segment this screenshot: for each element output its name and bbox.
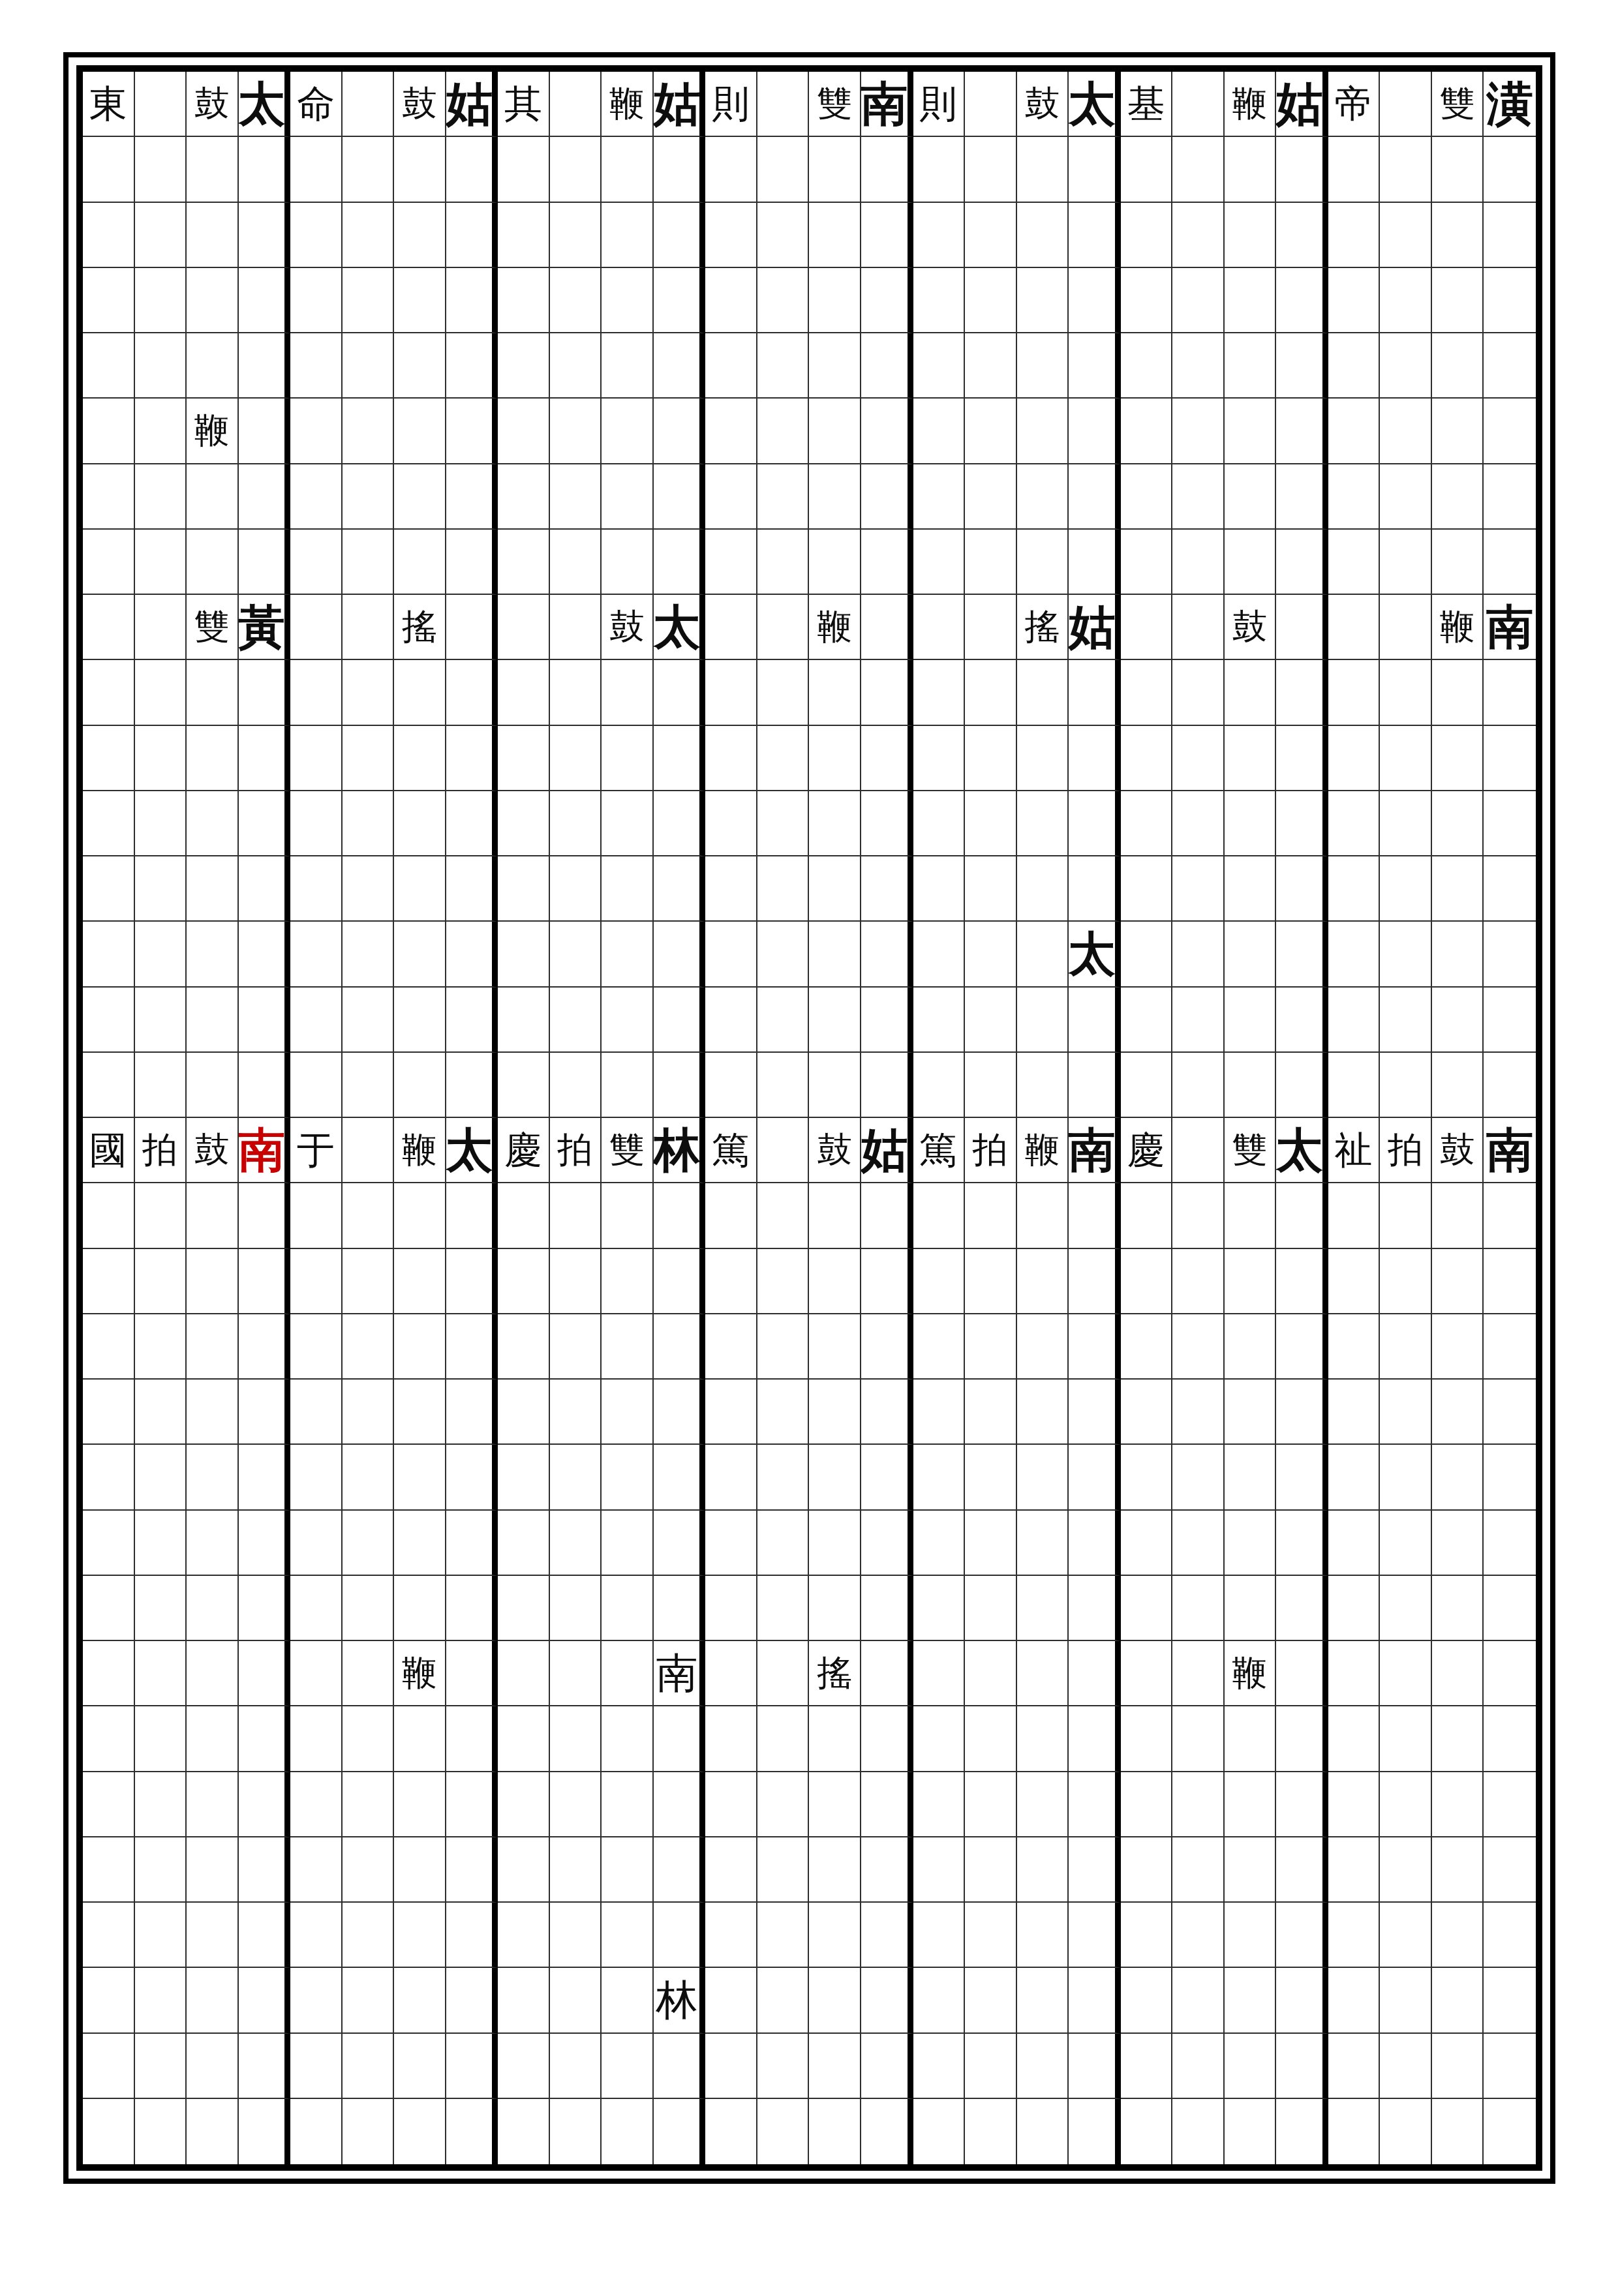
jeonggan-cell	[965, 1380, 1017, 1445]
jeonggan-cell	[757, 988, 810, 1053]
jeonggan-cell	[446, 1837, 498, 1903]
jeonggan-cell	[1017, 333, 1069, 399]
jeonggan-cell	[135, 399, 187, 464]
jeonggan-cell	[965, 137, 1017, 202]
jeonggan-cell	[343, 1053, 395, 1118]
jeonggan-cell	[913, 203, 966, 268]
jeonggan-cell	[1069, 726, 1121, 791]
jeonggan-cell: 林	[654, 1968, 706, 2033]
jeonggan-cell	[809, 399, 861, 464]
jeonggan-cell	[1484, 988, 1536, 1053]
jeonggan-cell	[83, 1772, 135, 1837]
jeonggan-cell	[809, 1968, 861, 2033]
jeonggan-cell	[705, 2099, 757, 2164]
jeonggan-cell	[446, 1641, 498, 1706]
jeonggan-cell	[1225, 1314, 1277, 1380]
score-page: { "game": "jeongganbo (Korean court-musi…	[0, 0, 1618, 2296]
pitch-glyph: 南	[656, 1652, 697, 1694]
jeonggan-cell	[1328, 1641, 1381, 1706]
jeonggan-cell	[187, 1576, 239, 1641]
pitch-glyph: 南	[1486, 1126, 1533, 1173]
jeonggan-cell	[602, 2099, 654, 2164]
jeonggan-cell	[290, 1641, 343, 1706]
jeonggan-cell	[135, 268, 187, 333]
jeonggan-cell	[1380, 1445, 1432, 1510]
jeonggan-cell	[1432, 2034, 1484, 2099]
jeonggan-cell	[1121, 333, 1173, 399]
jeonggan-cell	[1276, 2099, 1328, 2164]
jeonggan-cell	[1017, 2099, 1069, 2164]
jeonggan-cell	[913, 922, 966, 987]
jeonggan-cell: 搖	[1017, 595, 1069, 660]
jeonggan-cell	[446, 726, 498, 791]
janggu-glyph: 鞭	[1440, 609, 1475, 644]
jeonggan-cell	[965, 2099, 1017, 2164]
jeonggan-cell	[187, 1380, 239, 1445]
jeonggan-cell	[239, 660, 291, 725]
jeonggan-cell	[290, 1968, 343, 2033]
jeonggan-cell	[1017, 1053, 1069, 1118]
jeonggan-cell	[913, 1314, 966, 1380]
jeonggan-cell	[135, 595, 187, 660]
jeonggan-cell	[1069, 2034, 1121, 2099]
jeonggan-cell: 潢	[1484, 72, 1536, 137]
jeonggan-cell	[809, 2099, 861, 2164]
jeonggan-cell: 雙	[187, 595, 239, 660]
jeonggan-cell	[654, 856, 706, 922]
jeonggan-cell	[1484, 1903, 1536, 1968]
jeonggan-cell	[602, 464, 654, 530]
jeonggan-cell	[705, 856, 757, 922]
jeonggan-cell	[290, 1445, 343, 1510]
jeonggan-cell: 姑	[654, 72, 706, 137]
jeonggan-cell	[550, 1445, 602, 1510]
jeonggan-cell	[965, 464, 1017, 530]
jeonggan-cell	[343, 72, 395, 137]
jeonggan-cell: 基	[1121, 72, 1173, 137]
jeonggan-cell	[1380, 268, 1432, 333]
jeonggan-cell	[83, 1053, 135, 1118]
jeonggan-cell	[343, 268, 395, 333]
jeonggan-cell	[965, 1445, 1017, 1510]
jeonggan-cell	[239, 791, 291, 856]
janggu-glyph: 雙	[1440, 86, 1475, 121]
jeonggan-cell	[1121, 203, 1173, 268]
jeonggan-cell	[498, 791, 550, 856]
jeonggan-cell	[394, 1445, 446, 1510]
pitch-glyph: 太	[1276, 1126, 1322, 1173]
jeonggan-cell	[965, 1511, 1017, 1576]
jeonggan-cell	[1225, 464, 1277, 530]
jeonggan-cell	[1017, 1249, 1069, 1314]
jeonggan-cell	[654, 1445, 706, 1510]
jeonggan-cell	[1069, 791, 1121, 856]
jeonggan-cell: 祉	[1328, 1118, 1381, 1183]
jeonggan-cell	[135, 1380, 187, 1445]
jeonggan-cell	[1276, 1772, 1328, 1837]
jeonggan-cell	[498, 1968, 550, 2033]
jeonggan-cell	[1380, 1968, 1432, 2033]
jeonggan-cell	[1432, 1772, 1484, 1837]
jeonggan-cell	[913, 726, 966, 791]
jeonggan-cell	[1069, 1249, 1121, 1314]
jeonggan-cell	[809, 1380, 861, 1445]
jeonggan-cell	[1172, 1053, 1225, 1118]
jeonggan-cell	[1328, 137, 1381, 202]
jeonggan-cell	[394, 1314, 446, 1380]
jeonggan-cell	[550, 1772, 602, 1837]
jeonggan-cell	[1484, 1772, 1536, 1837]
jeonggan-cell	[290, 1249, 343, 1314]
jeonggan-cell	[1225, 1968, 1277, 2033]
janggu-glyph: 鞭	[402, 1132, 437, 1168]
jeonggan-cell	[135, 1249, 187, 1314]
jeonggan-cell	[861, 1380, 913, 1445]
jeonggan-cell: 姑	[861, 1118, 913, 1183]
jeonggan-cell	[1484, 1968, 1536, 2033]
jeonggan-cell	[343, 530, 395, 595]
jeonggan-cell	[1380, 726, 1432, 791]
pitch-glyph: 太	[654, 603, 700, 650]
jeonggan-cell	[1069, 988, 1121, 1053]
jeonggan-cell	[290, 791, 343, 856]
jeonggan-cell	[394, 2099, 446, 2164]
jeonggan-cell	[913, 1903, 966, 1968]
jeonggan-cell	[1225, 726, 1277, 791]
jeonggan-cell	[187, 464, 239, 530]
jeonggan-cell	[394, 1183, 446, 1248]
jeonggan-cell	[1069, 1314, 1121, 1380]
jeonggan-cell	[1172, 464, 1225, 530]
jeonggan-cell	[1276, 1445, 1328, 1510]
jeonggan-cell	[1380, 1511, 1432, 1576]
jeonggan-cell	[394, 268, 446, 333]
jeonggan-cell	[705, 333, 757, 399]
jeonggan-cell	[343, 1968, 395, 2033]
jeonggan-cell	[290, 1772, 343, 1837]
jeonggan-cell	[343, 791, 395, 856]
jeonggan-cell	[394, 791, 446, 856]
jeonggan-cell	[809, 1511, 861, 1576]
jeonggan-cell	[654, 530, 706, 595]
jeonggan-cell	[965, 530, 1017, 595]
jeonggan-cell	[135, 1706, 187, 1772]
jeonggan-cell	[1225, 2099, 1277, 2164]
jeonggan-cell	[290, 203, 343, 268]
jeonggan-cell	[757, 333, 810, 399]
jeonggan-cell	[861, 660, 913, 725]
jeonggan-cell	[654, 137, 706, 202]
jeonggan-cell	[239, 1706, 291, 1772]
jeonggan-cell	[965, 268, 1017, 333]
jeonggan-cell	[1017, 464, 1069, 530]
jeonggan-cell	[343, 1641, 395, 1706]
jeonggan-cell	[705, 922, 757, 987]
jeonggan-cell	[1484, 530, 1536, 595]
jeonggan-cell	[809, 988, 861, 1053]
jeonggan-cell	[135, 1314, 187, 1380]
jeonggan-cell: 則	[913, 72, 966, 137]
jeonggan-cell	[550, 464, 602, 530]
pitch-glyph: 太	[1069, 80, 1115, 127]
jeonggan-cell	[343, 988, 395, 1053]
jeonggan-cell: 鼓	[809, 1118, 861, 1183]
jeonggan-cell	[1069, 1903, 1121, 1968]
jeonggan-cell	[1017, 268, 1069, 333]
jeonggan-cell	[1121, 922, 1173, 987]
jeonggan-cell	[446, 2034, 498, 2099]
jeonggan-cell	[343, 137, 395, 202]
jeonggan-cell	[83, 595, 135, 660]
jeonggan-cell	[135, 203, 187, 268]
janggu-glyph: 鞭	[194, 413, 230, 448]
jeonggan-cell	[1328, 922, 1381, 987]
jeonggan-cell	[343, 1706, 395, 1772]
jeonggan-cell	[705, 1511, 757, 1576]
pitch-glyph: 潢	[1486, 80, 1533, 127]
jeonggan-cell	[187, 530, 239, 595]
jeonggan-cell	[1172, 1772, 1225, 1837]
bak-glyph: 拍	[973, 1132, 1008, 1168]
jeonggan-cell	[809, 268, 861, 333]
jeonggan-cell	[913, 1511, 966, 1576]
jeonggan-cell	[1484, 922, 1536, 987]
jeonggan-cell	[809, 856, 861, 922]
jeonggan-cell	[1172, 2099, 1225, 2164]
jeonggan-cell	[498, 1053, 550, 1118]
jeonggan-cell	[187, 1772, 239, 1837]
jeonggan-cell	[757, 856, 810, 922]
jeonggan-cell: 帝	[1328, 72, 1381, 137]
jeonggan-cell	[913, 1183, 966, 1248]
jeonggan-cell	[1121, 530, 1173, 595]
jeonggan-cell	[394, 1903, 446, 1968]
jeonggan-cell	[239, 399, 291, 464]
jeonggan-cell	[602, 1445, 654, 1510]
jeonggan-cell	[550, 595, 602, 660]
jeonggan-cell: 鞭	[187, 399, 239, 464]
jeonggan-cell	[1017, 791, 1069, 856]
jeonggan-cell	[861, 791, 913, 856]
jeonggan-cell	[757, 203, 810, 268]
jeonggan-cell	[1017, 1968, 1069, 2033]
jeonggan-cell	[1225, 1706, 1277, 1772]
jeonggan-cell	[550, 1837, 602, 1903]
jeonggan-cell	[83, 1511, 135, 1576]
jeonggan-cell	[1276, 1249, 1328, 1314]
jeonggan-cell	[705, 1445, 757, 1510]
jeonggan-cell	[757, 399, 810, 464]
jeonggan-cell	[1069, 530, 1121, 595]
jeonggan-cell	[1172, 1183, 1225, 1248]
jeonggan-cell	[1432, 399, 1484, 464]
jeonggan-cell	[135, 72, 187, 137]
jeonggan-cell	[1225, 1511, 1277, 1576]
jeonggan-cell	[1225, 1445, 1277, 1510]
jeonggan-cell	[290, 1706, 343, 1772]
jeonggan-cell	[654, 726, 706, 791]
jeonggan-cell	[1121, 1772, 1173, 1837]
jeonggan-cell	[394, 660, 446, 725]
jeonggan-cell	[1172, 595, 1225, 660]
jeonggan-cell	[343, 726, 395, 791]
jeonggan-cell	[187, 791, 239, 856]
jeonggan-cell: 慶	[1121, 1118, 1173, 1183]
jeonggan-cell: 鼓	[1432, 1118, 1484, 1183]
jeonggan-cell	[1484, 1445, 1536, 1510]
jeonggan-cell	[705, 2034, 757, 2099]
jeonggan-cell	[913, 1380, 966, 1445]
jeonggan-cell	[602, 1903, 654, 1968]
jeonggan-cell	[343, 1183, 395, 1248]
jeonggan-cell	[705, 137, 757, 202]
jeonggan-cell	[446, 595, 498, 660]
jeonggan-cell	[1017, 1183, 1069, 1248]
jeonggan-cell: 篤	[705, 1118, 757, 1183]
jeonggan-cell	[446, 268, 498, 333]
lyric-glyph: 篤	[712, 1131, 750, 1169]
jeonggan-cell	[1328, 464, 1381, 530]
jeonggan-cell	[239, 333, 291, 399]
jeonggan-cell	[1225, 333, 1277, 399]
jeonggan-cell	[757, 1576, 810, 1641]
jeonggan-cell	[187, 1314, 239, 1380]
jeonggan-cell	[1069, 464, 1121, 530]
janggu-glyph: 鼓	[609, 609, 645, 644]
jeonggan-cell	[1172, 1903, 1225, 1968]
jeonggan-cell	[809, 137, 861, 202]
jeonggan-cell	[1225, 1380, 1277, 1445]
jeonggan-cell	[1276, 1314, 1328, 1380]
jeonggan-cell	[913, 595, 966, 660]
jeonggan-cell	[498, 1380, 550, 1445]
jeonggan-cell	[239, 464, 291, 530]
jeonggan-cell	[861, 856, 913, 922]
jeonggan-cell	[343, 1314, 395, 1380]
jeonggan-cell	[446, 1249, 498, 1314]
jeonggan-cell	[602, 333, 654, 399]
jeonggan-cell	[809, 1706, 861, 1772]
lyric-glyph: 則	[919, 85, 957, 123]
jeonggan-cell	[1484, 856, 1536, 922]
jeonggan-cell: 太	[654, 595, 706, 660]
jeonggan-cell	[394, 726, 446, 791]
jeonggan-cell	[1484, 1380, 1536, 1445]
jeonggan-cell	[861, 1837, 913, 1903]
jeonggan-cell	[83, 1576, 135, 1641]
jeonggan-cell	[705, 1706, 757, 1772]
jeonggan-cell	[239, 1641, 291, 1706]
pitch-glyph: 太	[1069, 930, 1115, 977]
jeonggan-cell	[1328, 2034, 1381, 2099]
jeonggan-cell	[290, 660, 343, 725]
jeonggan-cell: 鼓	[1017, 72, 1069, 137]
score-frame-inner: 東鼓太命鼓姑其鞭姑則雙南則鼓太基鞭姑帝雙潢鞭雙黃搖鼓太鞭搖姑鼓鞭南太國拍鼓南于鞭…	[76, 65, 1542, 2171]
jeonggan-cell	[913, 1772, 966, 1837]
jeonggan-cell: 搖	[809, 1641, 861, 1706]
jeonggan-cell	[550, 72, 602, 137]
jeonggan-cell	[1017, 1511, 1069, 1576]
jeonggan-cell	[239, 268, 291, 333]
jeonggan-cell	[187, 2034, 239, 2099]
jeonggan-cell	[1225, 1837, 1277, 1903]
jeonggan-cell	[394, 856, 446, 922]
jeonggan-cell	[1432, 1314, 1484, 1380]
jeonggan-cell	[1121, 1380, 1173, 1445]
jeonggan-cell	[1432, 137, 1484, 202]
jeonggan-cell	[1121, 1511, 1173, 1576]
jeonggan-cell	[394, 203, 446, 268]
jeonggan-cell	[861, 137, 913, 202]
jeonggan-cell	[1121, 791, 1173, 856]
jeonggan-cell	[83, 1706, 135, 1772]
jeonggan-cell	[83, 1903, 135, 1968]
jeonggan-cell	[1172, 791, 1225, 856]
jeonggan-cell	[1380, 1380, 1432, 1445]
jeonggan-cell	[654, 1380, 706, 1445]
janggu-glyph: 鼓	[194, 86, 230, 121]
jeonggan-cell	[446, 1511, 498, 1576]
jeonggan-cell	[1328, 1968, 1381, 2033]
pitch-glyph: 太	[446, 1126, 493, 1173]
jeonggan-cell	[1225, 1772, 1277, 1837]
jeonggan-cell	[809, 1576, 861, 1641]
jeonggan-cell	[290, 922, 343, 987]
jeonggan-cell	[1484, 333, 1536, 399]
jeonggan-cell	[446, 660, 498, 725]
jeonggan-cell	[809, 1772, 861, 1837]
pitch-glyph: 黃	[239, 603, 285, 650]
jeonggan-cell	[1225, 988, 1277, 1053]
jeonggan-cell	[965, 1903, 1017, 1968]
jeonggan-cell	[1172, 530, 1225, 595]
jeonggan-cell	[290, 2034, 343, 2099]
jeonggan-cell	[498, 2099, 550, 2164]
jeonggan-cell	[239, 2034, 291, 2099]
jeonggan-cell	[705, 399, 757, 464]
jeonggan-cell	[1017, 1576, 1069, 1641]
jeonggan-cell	[187, 2099, 239, 2164]
jeonggan-cell	[705, 791, 757, 856]
jeonggan-cell	[809, 2034, 861, 2099]
jeonggan-cell: 雙	[602, 1118, 654, 1183]
jeonggan-cell: 慶	[498, 1118, 550, 1183]
lyric-glyph: 于	[297, 1131, 335, 1169]
jeonggan-cell	[965, 399, 1017, 464]
jeonggan-cell	[1328, 1903, 1381, 1968]
jeonggan-cell	[965, 660, 1017, 725]
jeonggan-cell	[757, 268, 810, 333]
jeonggan-cell	[239, 203, 291, 268]
jeonggan-cell	[654, 1053, 706, 1118]
jeonggan-cell	[602, 1706, 654, 1772]
jeonggan-cell	[602, 1837, 654, 1903]
jeonggan-cell	[1121, 268, 1173, 333]
jeonggan-cell	[654, 1772, 706, 1837]
jeonggan-cell	[1276, 530, 1328, 595]
jeonggan-cell	[394, 1837, 446, 1903]
jeonggan-cell	[290, 1380, 343, 1445]
jeonggan-cell	[654, 1183, 706, 1248]
jeonggan-cell	[1172, 856, 1225, 922]
jeonggan-cell: 鼓	[1225, 595, 1277, 660]
jeonggan-cell	[394, 1968, 446, 2033]
pitch-glyph-red: 南	[239, 1126, 285, 1173]
jeonggan-cell	[1276, 1968, 1328, 2033]
jeonggan-cell	[1225, 2034, 1277, 2099]
jeonggan-cell	[446, 203, 498, 268]
jeonggan-cell	[1172, 268, 1225, 333]
